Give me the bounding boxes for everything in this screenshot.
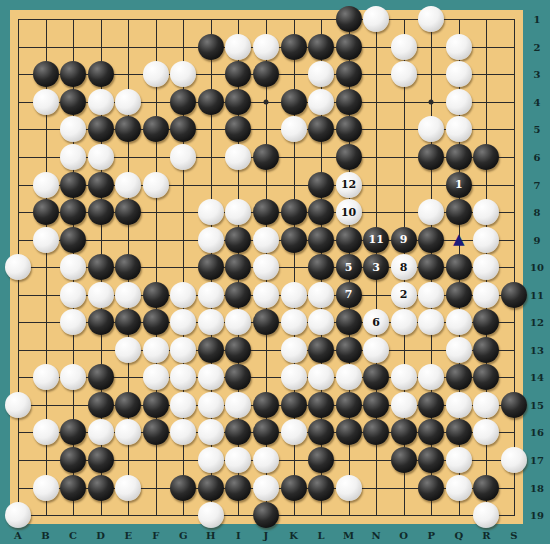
black-stone — [60, 199, 86, 225]
white-stone — [308, 89, 334, 115]
column-label: H — [206, 530, 215, 541]
black-stone — [363, 419, 389, 445]
white-stone — [446, 337, 472, 363]
white-stone — [170, 144, 196, 170]
black-stone — [143, 392, 169, 418]
black-stone — [253, 502, 279, 528]
black-stone — [198, 34, 224, 60]
black-stone — [198, 89, 224, 115]
black-stone — [198, 337, 224, 363]
white-stone — [281, 116, 307, 142]
white-stone — [5, 502, 31, 528]
white-stone — [198, 364, 224, 390]
black-stone — [391, 447, 417, 473]
white-stone — [501, 447, 527, 473]
column-label: B — [41, 530, 49, 541]
white-stone — [198, 282, 224, 308]
black-stone — [225, 254, 251, 280]
white-stone — [170, 364, 196, 390]
white-stone — [225, 447, 251, 473]
black-stone — [88, 116, 114, 142]
white-stone — [473, 419, 499, 445]
black-stone — [170, 89, 196, 115]
white-stone — [446, 447, 472, 473]
black-stone — [336, 61, 362, 87]
black-stone — [170, 475, 196, 501]
black-stone — [336, 392, 362, 418]
black-stone — [253, 199, 279, 225]
black-stone — [501, 392, 527, 418]
black-stone — [473, 364, 499, 390]
black-stone — [198, 254, 224, 280]
black-stone — [115, 392, 141, 418]
black-stone — [446, 419, 472, 445]
row-label: 17 — [530, 455, 544, 466]
white-stone — [391, 364, 417, 390]
triangle-icon: ▲ — [453, 230, 465, 248]
white-stone — [33, 227, 59, 253]
white-stone — [253, 282, 279, 308]
white-stone — [473, 199, 499, 225]
white-stone — [60, 116, 86, 142]
column-label: R — [482, 530, 490, 541]
row-label: 11 — [530, 289, 544, 300]
black-stone — [143, 419, 169, 445]
white-stone — [170, 61, 196, 87]
white-stone — [281, 419, 307, 445]
black-stone — [225, 89, 251, 115]
black-stone — [418, 392, 444, 418]
row-label: 13 — [530, 344, 544, 355]
black-stone — [281, 199, 307, 225]
black-stone — [308, 34, 334, 60]
black-stone — [60, 227, 86, 253]
white-stone — [446, 61, 472, 87]
black-stone — [33, 61, 59, 87]
white-stone — [473, 282, 499, 308]
white-stone: 8 — [391, 254, 417, 280]
white-stone — [115, 89, 141, 115]
white-stone: 12 — [336, 172, 362, 198]
row-label: 15 — [530, 399, 544, 410]
black-stone: 3 — [363, 254, 389, 280]
black-stone — [336, 34, 362, 60]
black-stone — [143, 282, 169, 308]
white-stone — [363, 6, 389, 32]
column-label: P — [427, 530, 435, 541]
white-stone — [418, 6, 444, 32]
white-stone — [33, 364, 59, 390]
white-stone — [170, 309, 196, 335]
white-stone — [446, 89, 472, 115]
white-stone — [473, 254, 499, 280]
white-stone — [170, 392, 196, 418]
white-stone: 10 — [336, 199, 362, 225]
black-stone — [88, 172, 114, 198]
black-stone — [281, 475, 307, 501]
white-stone — [60, 254, 86, 280]
go-board[interactable]: 12110119538726▲ — [10, 10, 523, 524]
column-label: N — [372, 530, 381, 541]
white-stone — [33, 419, 59, 445]
black-stone — [473, 475, 499, 501]
black-stone — [418, 144, 444, 170]
row-label: 16 — [530, 427, 544, 438]
column-label: M — [343, 530, 354, 541]
white-stone — [336, 475, 362, 501]
black-stone — [308, 419, 334, 445]
black-stone — [60, 61, 86, 87]
white-stone — [143, 172, 169, 198]
white-stone: 6 — [363, 309, 389, 335]
black-stone: 5 — [336, 254, 362, 280]
row-label: 8 — [534, 207, 541, 218]
black-stone: 7 — [336, 282, 362, 308]
black-stone — [336, 89, 362, 115]
white-stone — [88, 419, 114, 445]
white-stone — [446, 475, 472, 501]
black-stone — [170, 116, 196, 142]
black-stone — [88, 61, 114, 87]
black-stone — [391, 419, 417, 445]
black-stone — [308, 116, 334, 142]
white-stone — [5, 392, 31, 418]
black-stone — [88, 392, 114, 418]
column-label: K — [289, 530, 298, 541]
black-stone — [473, 337, 499, 363]
row-label: 1 — [534, 14, 541, 25]
white-stone — [170, 337, 196, 363]
column-label: S — [510, 530, 517, 541]
black-stone — [308, 172, 334, 198]
black-stone — [225, 337, 251, 363]
black-stone — [88, 447, 114, 473]
black-stone — [418, 419, 444, 445]
black-stone — [33, 199, 59, 225]
black-stone — [446, 254, 472, 280]
column-label: J — [264, 530, 269, 541]
black-stone: 9 — [391, 227, 417, 253]
white-stone — [281, 282, 307, 308]
page: { "game": "go", "board_size": 19, "title… — [0, 0, 550, 544]
white-stone — [143, 364, 169, 390]
black-stone — [473, 309, 499, 335]
white-stone — [308, 364, 334, 390]
black-stone — [60, 447, 86, 473]
white-stone — [308, 61, 334, 87]
black-stone — [253, 144, 279, 170]
white-stone — [60, 144, 86, 170]
black-stone — [418, 447, 444, 473]
black-stone — [60, 89, 86, 115]
white-stone — [253, 475, 279, 501]
white-stone — [418, 282, 444, 308]
black-stone — [446, 144, 472, 170]
white-stone — [225, 34, 251, 60]
column-label: A — [14, 530, 22, 541]
black-stone — [115, 254, 141, 280]
black-stone — [225, 227, 251, 253]
row-label: 3 — [534, 69, 541, 80]
white-stone — [60, 282, 86, 308]
black-stone — [308, 337, 334, 363]
white-stone — [446, 116, 472, 142]
white-stone — [88, 144, 114, 170]
black-stone — [225, 116, 251, 142]
black-stone — [446, 199, 472, 225]
black-stone — [60, 172, 86, 198]
black-stone — [336, 309, 362, 335]
black-stone — [143, 116, 169, 142]
column-label: O — [399, 530, 408, 541]
white-stone — [60, 309, 86, 335]
black-stone — [88, 199, 114, 225]
black-stone — [336, 144, 362, 170]
black-stone — [115, 116, 141, 142]
black-stone — [363, 392, 389, 418]
white-stone — [225, 309, 251, 335]
row-label: 12 — [530, 317, 544, 328]
black-stone — [418, 227, 444, 253]
white-stone — [391, 61, 417, 87]
row-label: 18 — [530, 482, 544, 493]
white-stone — [418, 199, 444, 225]
white-stone — [363, 337, 389, 363]
black-stone — [281, 227, 307, 253]
row-label: 14 — [530, 372, 544, 383]
white-stone — [418, 309, 444, 335]
white-stone — [473, 502, 499, 528]
white-stone — [198, 227, 224, 253]
black-stone — [225, 282, 251, 308]
white-stone — [33, 89, 59, 115]
white-stone — [418, 364, 444, 390]
white-stone — [115, 282, 141, 308]
white-stone — [33, 475, 59, 501]
row-label: 5 — [534, 124, 541, 135]
white-stone — [198, 392, 224, 418]
white-stone — [446, 309, 472, 335]
white-stone — [225, 199, 251, 225]
column-label: C — [69, 530, 77, 541]
white-stone — [281, 309, 307, 335]
white-stone — [446, 392, 472, 418]
black-stone — [88, 309, 114, 335]
white-stone — [5, 254, 31, 280]
black-stone — [336, 116, 362, 142]
black-stone: 11 — [363, 227, 389, 253]
white-stone — [391, 34, 417, 60]
black-stone — [281, 34, 307, 60]
black-stone — [253, 419, 279, 445]
white-stone — [418, 116, 444, 142]
white-stone — [391, 392, 417, 418]
white-stone — [198, 502, 224, 528]
black-stone — [253, 61, 279, 87]
black-stone — [198, 475, 224, 501]
black-stone — [88, 364, 114, 390]
white-stone — [281, 337, 307, 363]
black-stone — [363, 364, 389, 390]
white-stone — [198, 309, 224, 335]
black-stone — [225, 364, 251, 390]
black-stone — [418, 475, 444, 501]
column-label: D — [96, 530, 105, 541]
white-stone — [170, 282, 196, 308]
black-stone — [88, 475, 114, 501]
row-label: 4 — [534, 96, 541, 107]
white-stone — [115, 419, 141, 445]
black-stone — [446, 282, 472, 308]
column-label: F — [152, 530, 159, 541]
white-stone — [143, 337, 169, 363]
star-point — [429, 99, 434, 104]
black-stone — [88, 254, 114, 280]
black-stone — [281, 392, 307, 418]
column-label: L — [318, 530, 325, 541]
row-label: 2 — [534, 41, 541, 52]
black-stone — [115, 199, 141, 225]
black-stone — [225, 419, 251, 445]
black-stone — [225, 61, 251, 87]
star-point — [263, 99, 268, 104]
white-stone — [473, 227, 499, 253]
black-stone — [253, 309, 279, 335]
white-stone — [88, 89, 114, 115]
black-stone — [308, 199, 334, 225]
black-stone: 1 — [446, 172, 472, 198]
white-stone: 2 — [391, 282, 417, 308]
white-stone — [253, 447, 279, 473]
black-stone — [281, 89, 307, 115]
black-stone — [115, 309, 141, 335]
row-label: 7 — [534, 179, 541, 190]
row-label: 9 — [534, 234, 541, 245]
column-label: E — [124, 530, 132, 541]
white-stone — [473, 392, 499, 418]
white-stone — [253, 254, 279, 280]
black-stone — [473, 144, 499, 170]
white-stone — [198, 447, 224, 473]
white-stone — [253, 227, 279, 253]
black-stone — [143, 309, 169, 335]
white-stone — [225, 144, 251, 170]
black-stone — [308, 227, 334, 253]
black-stone — [60, 475, 86, 501]
black-stone — [60, 419, 86, 445]
black-stone — [336, 227, 362, 253]
white-stone — [115, 475, 141, 501]
white-stone — [198, 199, 224, 225]
white-stone — [60, 364, 86, 390]
white-stone — [33, 172, 59, 198]
grid-line-horizontal — [18, 350, 515, 351]
white-stone — [170, 419, 196, 445]
row-label: 6 — [534, 151, 541, 162]
white-stone — [308, 309, 334, 335]
white-stone — [281, 364, 307, 390]
white-stone — [198, 419, 224, 445]
black-stone — [308, 392, 334, 418]
row-label: 10 — [530, 262, 544, 273]
column-label: Q — [454, 530, 463, 541]
black-stone — [446, 364, 472, 390]
black-stone — [336, 337, 362, 363]
black-stone — [336, 6, 362, 32]
grid-line-vertical — [514, 19, 515, 515]
black-stone — [501, 282, 527, 308]
white-stone — [115, 172, 141, 198]
white-stone — [225, 392, 251, 418]
black-stone — [308, 475, 334, 501]
white-stone — [143, 61, 169, 87]
white-stone — [391, 309, 417, 335]
white-stone — [88, 282, 114, 308]
white-stone — [115, 337, 141, 363]
black-stone — [336, 419, 362, 445]
white-stone — [336, 364, 362, 390]
column-label: I — [236, 530, 241, 541]
white-stone — [446, 34, 472, 60]
black-stone — [308, 254, 334, 280]
white-stone — [253, 34, 279, 60]
black-stone — [225, 475, 251, 501]
black-stone — [308, 447, 334, 473]
column-label: G — [179, 530, 188, 541]
black-stone — [253, 392, 279, 418]
black-stone — [418, 254, 444, 280]
row-label: 19 — [530, 510, 544, 521]
white-stone — [308, 282, 334, 308]
